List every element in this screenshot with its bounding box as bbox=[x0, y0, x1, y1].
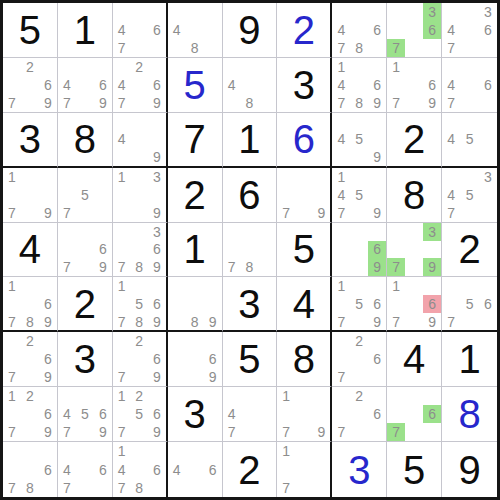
candidate-8: 8 bbox=[130, 479, 148, 497]
candidate-7: 7 bbox=[387, 313, 405, 331]
candidate-2: 2 bbox=[350, 387, 368, 405]
candidate-4: 4 bbox=[168, 460, 186, 478]
candidate-9: 9 bbox=[368, 204, 386, 222]
candidate-6: 6 bbox=[39, 405, 57, 423]
candidate-9: 9 bbox=[148, 313, 166, 331]
candidate-6: 6 bbox=[368, 405, 386, 423]
cell-r5c7[interactable]: 69 bbox=[332, 223, 387, 278]
candidate-7: 7 bbox=[3, 479, 21, 497]
candidate-9: 9 bbox=[423, 313, 441, 331]
candidate-4: 4 bbox=[442, 130, 460, 148]
candidate-5: 5 bbox=[460, 130, 478, 148]
cell-r9c8[interactable]: 5 bbox=[387, 442, 442, 497]
candidate-4: 4 bbox=[223, 405, 241, 423]
candidate-1: 1 bbox=[3, 277, 21, 295]
candidate-4: 4 bbox=[168, 21, 186, 39]
cell-r2c1[interactable]: 2679 bbox=[3, 58, 58, 113]
cell-r9c1[interactable]: 678 bbox=[3, 442, 58, 497]
candidate-7: 7 bbox=[58, 94, 76, 112]
cell-r7c7[interactable]: 267 bbox=[332, 332, 387, 387]
candidate-4: 4 bbox=[223, 76, 241, 94]
candidate-8: 8 bbox=[241, 258, 259, 276]
candidate-4: 4 bbox=[113, 130, 131, 148]
cell-r4c4[interactable]: 2 bbox=[168, 168, 223, 223]
candidate-2: 2 bbox=[21, 58, 39, 76]
candidate-6: 6 bbox=[148, 460, 166, 478]
candidate-7: 7 bbox=[58, 204, 76, 222]
candidate-6: 6 bbox=[148, 295, 166, 313]
candidate-9: 9 bbox=[368, 313, 386, 331]
candidate-6: 6 bbox=[368, 295, 386, 313]
cell-r5c4[interactable]: 1 bbox=[168, 223, 223, 278]
candidate-9: 9 bbox=[39, 368, 57, 386]
candidate-7: 7 bbox=[332, 313, 350, 331]
candidate-6: 6 bbox=[39, 350, 57, 368]
cell-r3c7[interactable]: 459 bbox=[332, 113, 387, 168]
candidate-4: 4 bbox=[442, 21, 460, 39]
candidate-6: 6 bbox=[423, 21, 441, 39]
cell-r2c8[interactable]: 1679 bbox=[387, 58, 442, 113]
candidate-9: 9 bbox=[368, 258, 386, 276]
candidate-5: 5 bbox=[460, 186, 478, 204]
cell-r9c5[interactable]: 2 bbox=[223, 442, 278, 497]
candidate-3: 3 bbox=[479, 168, 497, 186]
candidate-6: 6 bbox=[423, 405, 441, 423]
candidate-9: 9 bbox=[39, 423, 57, 441]
candidate-1: 1 bbox=[277, 387, 295, 405]
candidate-7: 7 bbox=[332, 39, 350, 57]
cell-r1c1[interactable]: 5 bbox=[3, 3, 58, 58]
candidate-7: 7 bbox=[113, 39, 131, 57]
cell-r8c3[interactable]: 125679 bbox=[113, 387, 168, 442]
cell-r8c2[interactable]: 45679 bbox=[58, 387, 113, 442]
candidate-2: 2 bbox=[21, 332, 39, 350]
candidate-4: 4 bbox=[58, 405, 76, 423]
candidate-8: 8 bbox=[130, 258, 148, 276]
cell-r6c2[interactable]: 2 bbox=[58, 277, 113, 332]
candidate-6: 6 bbox=[148, 350, 166, 368]
candidate-2: 2 bbox=[130, 332, 148, 350]
cell-r3c4[interactable]: 7 bbox=[168, 113, 223, 168]
cell-r5c1[interactable]: 4 bbox=[3, 223, 58, 278]
candidate-8: 8 bbox=[350, 39, 368, 57]
candidate-9: 9 bbox=[39, 204, 57, 222]
cell-r2c6[interactable]: 3 bbox=[277, 58, 332, 113]
candidate-6: 6 bbox=[423, 295, 441, 313]
cell-r9c3[interactable]: 14678 bbox=[113, 442, 168, 497]
candidate-6: 6 bbox=[94, 76, 112, 94]
candidate-1: 1 bbox=[387, 277, 405, 295]
candidate-7: 7 bbox=[58, 258, 76, 276]
cell-r8c7[interactable]: 267 bbox=[332, 387, 387, 442]
candidate-7: 7 bbox=[332, 94, 350, 112]
candidate-4: 4 bbox=[332, 130, 350, 148]
candidate-2: 2 bbox=[21, 387, 39, 405]
candidate-6: 6 bbox=[479, 21, 497, 39]
cell-r7c8[interactable]: 4 bbox=[387, 332, 442, 387]
cell-r9c7[interactable]: 3 bbox=[332, 442, 387, 497]
candidate-2: 2 bbox=[130, 58, 148, 76]
cell-r4c3[interactable]: 139 bbox=[113, 168, 168, 223]
candidate-9: 9 bbox=[313, 204, 331, 222]
candidate-7: 7 bbox=[332, 423, 350, 441]
cell-r3c6[interactable]: 6 bbox=[277, 113, 332, 168]
candidate-4: 4 bbox=[113, 76, 131, 94]
candidate-7: 7 bbox=[277, 479, 295, 497]
candidate-4: 4 bbox=[442, 186, 460, 204]
candidate-5: 5 bbox=[350, 130, 368, 148]
candidate-7: 7 bbox=[277, 204, 295, 222]
candidate-9: 9 bbox=[204, 313, 222, 331]
cell-r3c9[interactable]: 45 bbox=[442, 113, 497, 168]
cell-r5c2[interactable]: 679 bbox=[58, 223, 113, 278]
cell-r7c2[interactable]: 3 bbox=[58, 332, 113, 387]
cell-r1c6[interactable]: 2 bbox=[277, 3, 332, 58]
candidate-9: 9 bbox=[94, 94, 112, 112]
candidate-4: 4 bbox=[332, 21, 350, 39]
candidate-7: 7 bbox=[58, 479, 76, 497]
candidate-6: 6 bbox=[148, 76, 166, 94]
candidate-7: 7 bbox=[277, 423, 295, 441]
cell-r6c4[interactable]: 89 bbox=[168, 277, 223, 332]
cell-r9c9[interactable]: 9 bbox=[442, 442, 497, 497]
cell-r9c6[interactable]: 17 bbox=[277, 442, 332, 497]
cell-r2c5[interactable]: 48 bbox=[223, 58, 278, 113]
candidate-7: 7 bbox=[442, 313, 460, 331]
candidate-7: 7 bbox=[113, 368, 131, 386]
cell-r8c6[interactable]: 179 bbox=[277, 387, 332, 442]
sudoku-board: 5146748924678367346726794679246795483146… bbox=[0, 0, 500, 500]
candidate-8: 8 bbox=[21, 313, 39, 331]
candidate-1: 1 bbox=[3, 387, 21, 405]
candidate-3: 3 bbox=[479, 3, 497, 21]
candidate-6: 6 bbox=[148, 405, 166, 423]
candidate-7: 7 bbox=[113, 479, 131, 497]
candidate-5: 5 bbox=[76, 405, 94, 423]
candidate-9: 9 bbox=[148, 204, 166, 222]
cell-r2c4[interactable]: 5 bbox=[168, 58, 223, 113]
candidate-7: 7 bbox=[3, 204, 21, 222]
candidate-7: 7 bbox=[387, 423, 405, 441]
candidate-5: 5 bbox=[350, 186, 368, 204]
cell-r7c4[interactable]: 69 bbox=[168, 332, 223, 387]
cell-r6c9[interactable]: 567 bbox=[442, 277, 497, 332]
cell-r7c5[interactable]: 5 bbox=[223, 332, 278, 387]
candidate-6: 6 bbox=[39, 76, 57, 94]
candidate-2: 2 bbox=[130, 387, 148, 405]
cell-r1c3[interactable]: 467 bbox=[113, 3, 168, 58]
cell-r3c2[interactable]: 8 bbox=[58, 113, 113, 168]
candidate-7: 7 bbox=[387, 39, 405, 57]
candidate-4: 4 bbox=[113, 21, 131, 39]
candidate-8: 8 bbox=[350, 94, 368, 112]
candidate-1: 1 bbox=[387, 58, 405, 76]
candidate-6: 6 bbox=[479, 76, 497, 94]
candidate-1: 1 bbox=[113, 277, 131, 295]
candidate-3: 3 bbox=[148, 223, 166, 241]
candidate-5: 5 bbox=[76, 186, 94, 204]
cell-r6c6[interactable]: 4 bbox=[277, 277, 332, 332]
cell-r7c9[interactable]: 1 bbox=[442, 332, 497, 387]
candidate-1: 1 bbox=[113, 442, 131, 460]
cell-r6c3[interactable]: 156789 bbox=[113, 277, 168, 332]
candidate-1: 1 bbox=[277, 442, 295, 460]
cell-r6c8[interactable]: 1679 bbox=[387, 277, 442, 332]
candidate-6: 6 bbox=[368, 241, 386, 259]
candidate-9: 9 bbox=[368, 94, 386, 112]
candidate-7: 7 bbox=[3, 368, 21, 386]
candidate-3: 3 bbox=[423, 223, 441, 241]
candidate-7: 7 bbox=[58, 423, 76, 441]
candidate-6: 6 bbox=[368, 350, 386, 368]
cell-r1c5[interactable]: 9 bbox=[223, 3, 278, 58]
cell-r9c2[interactable]: 467 bbox=[58, 442, 113, 497]
cell-r1c8[interactable]: 367 bbox=[387, 3, 442, 58]
candidate-6: 6 bbox=[94, 460, 112, 478]
candidate-9: 9 bbox=[94, 423, 112, 441]
candidate-2: 2 bbox=[350, 332, 368, 350]
candidate-7: 7 bbox=[442, 204, 460, 222]
candidate-7: 7 bbox=[387, 94, 405, 112]
cell-r1c7[interactable]: 4678 bbox=[332, 3, 387, 58]
candidate-1: 1 bbox=[113, 168, 131, 186]
cell-r8c5[interactable]: 47 bbox=[223, 387, 278, 442]
candidate-1: 1 bbox=[113, 387, 131, 405]
cell-r2c7[interactable]: 146789 bbox=[332, 58, 387, 113]
candidate-9: 9 bbox=[94, 258, 112, 276]
candidate-9: 9 bbox=[148, 258, 166, 276]
cell-r5c6[interactable]: 5 bbox=[277, 223, 332, 278]
candidate-7: 7 bbox=[113, 313, 131, 331]
candidate-7: 7 bbox=[442, 94, 460, 112]
candidate-7: 7 bbox=[3, 423, 21, 441]
candidate-7: 7 bbox=[332, 204, 350, 222]
cell-r3c5[interactable]: 1 bbox=[223, 113, 278, 168]
cell-r8c4[interactable]: 3 bbox=[168, 387, 223, 442]
cell-r3c8[interactable]: 2 bbox=[387, 113, 442, 168]
cell-r4c7[interactable]: 14579 bbox=[332, 168, 387, 223]
candidate-9: 9 bbox=[423, 94, 441, 112]
candidate-7: 7 bbox=[442, 39, 460, 57]
cell-r5c5[interactable]: 78 bbox=[223, 223, 278, 278]
cell-r1c4[interactable]: 48 bbox=[168, 3, 223, 58]
candidate-8: 8 bbox=[21, 479, 39, 497]
cell-r6c7[interactable]: 15679 bbox=[332, 277, 387, 332]
candidate-1: 1 bbox=[3, 168, 21, 186]
cell-r8c8[interactable]: 67 bbox=[387, 387, 442, 442]
cell-r6c1[interactable]: 16789 bbox=[3, 277, 58, 332]
candidate-9: 9 bbox=[39, 313, 57, 331]
candidate-7: 7 bbox=[223, 258, 241, 276]
candidate-6: 6 bbox=[148, 241, 166, 259]
candidate-8: 8 bbox=[186, 313, 204, 331]
cell-r2c2[interactable]: 4679 bbox=[58, 58, 113, 113]
candidate-9: 9 bbox=[148, 148, 166, 166]
candidate-4: 4 bbox=[113, 460, 131, 478]
candidate-6: 6 bbox=[368, 76, 386, 94]
cell-r9c4[interactable]: 46 bbox=[168, 442, 223, 497]
candidate-4: 4 bbox=[58, 460, 76, 478]
candidate-6: 6 bbox=[423, 76, 441, 94]
cell-r5c8[interactable]: 379 bbox=[387, 223, 442, 278]
candidate-8: 8 bbox=[241, 94, 259, 112]
candidate-7: 7 bbox=[3, 94, 21, 112]
cell-r2c3[interactable]: 24679 bbox=[113, 58, 168, 113]
cell-r5c3[interactable]: 36789 bbox=[113, 223, 168, 278]
cell-r3c1[interactable]: 3 bbox=[3, 113, 58, 168]
candidate-6: 6 bbox=[204, 460, 222, 478]
candidate-9: 9 bbox=[423, 258, 441, 276]
candidate-7: 7 bbox=[113, 94, 131, 112]
cell-r1c9[interactable]: 3467 bbox=[442, 3, 497, 58]
candidate-4: 4 bbox=[58, 76, 76, 94]
cell-r7c6[interactable]: 8 bbox=[277, 332, 332, 387]
candidate-7: 7 bbox=[332, 368, 350, 386]
candidate-7: 7 bbox=[113, 423, 131, 441]
candidate-9: 9 bbox=[313, 423, 331, 441]
candidate-6: 6 bbox=[39, 295, 57, 313]
candidate-6: 6 bbox=[39, 460, 57, 478]
cell-r5c9[interactable]: 2 bbox=[442, 223, 497, 278]
cell-r4c5[interactable]: 6 bbox=[223, 168, 278, 223]
candidate-3: 3 bbox=[423, 3, 441, 21]
cell-r1c2[interactable]: 1 bbox=[58, 3, 113, 58]
cell-r4c1[interactable]: 179 bbox=[3, 168, 58, 223]
candidate-5: 5 bbox=[460, 295, 478, 313]
candidate-4: 4 bbox=[332, 186, 350, 204]
cell-r4c8[interactable]: 8 bbox=[387, 168, 442, 223]
candidate-5: 5 bbox=[130, 405, 148, 423]
candidate-6: 6 bbox=[368, 21, 386, 39]
cell-r8c9[interactable]: 8 bbox=[442, 387, 497, 442]
cell-r4c2[interactable]: 57 bbox=[58, 168, 113, 223]
candidate-9: 9 bbox=[39, 94, 57, 112]
cell-r6c5[interactable]: 3 bbox=[223, 277, 278, 332]
cell-r8c1[interactable]: 12679 bbox=[3, 387, 58, 442]
cell-r7c1[interactable]: 2679 bbox=[3, 332, 58, 387]
candidate-6: 6 bbox=[148, 21, 166, 39]
candidate-9: 9 bbox=[148, 368, 166, 386]
candidate-6: 6 bbox=[94, 241, 112, 259]
cell-r4c9[interactable]: 3457 bbox=[442, 168, 497, 223]
candidate-6: 6 bbox=[479, 295, 497, 313]
candidate-5: 5 bbox=[130, 295, 148, 313]
candidate-1: 1 bbox=[332, 58, 350, 76]
candidate-9: 9 bbox=[368, 148, 386, 166]
cell-r4c6[interactable]: 79 bbox=[277, 168, 332, 223]
candidate-6: 6 bbox=[94, 405, 112, 423]
cell-r3c3[interactable]: 49 bbox=[113, 113, 168, 168]
candidate-8: 8 bbox=[130, 313, 148, 331]
candidate-6: 6 bbox=[204, 350, 222, 368]
candidate-1: 1 bbox=[332, 168, 350, 186]
candidate-7: 7 bbox=[387, 258, 405, 276]
cell-r7c3[interactable]: 2679 bbox=[113, 332, 168, 387]
candidate-4: 4 bbox=[442, 76, 460, 94]
candidate-5: 5 bbox=[350, 295, 368, 313]
cell-r2c9[interactable]: 467 bbox=[442, 58, 497, 113]
candidate-7: 7 bbox=[113, 258, 131, 276]
candidate-9: 9 bbox=[204, 368, 222, 386]
candidate-4: 4 bbox=[332, 76, 350, 94]
candidate-3: 3 bbox=[148, 168, 166, 186]
candidate-9: 9 bbox=[148, 423, 166, 441]
candidate-7: 7 bbox=[223, 423, 241, 441]
candidate-7: 7 bbox=[3, 313, 21, 331]
candidate-8: 8 bbox=[186, 39, 204, 57]
candidate-9: 9 bbox=[148, 94, 166, 112]
candidate-1: 1 bbox=[332, 277, 350, 295]
